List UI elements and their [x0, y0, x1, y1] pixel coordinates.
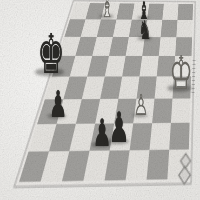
photo-scene: ♝♗♝♞♚♚♔♟♙♟♟♟: [0, 0, 200, 200]
white-king-glyph: ♔: [169, 49, 193, 96]
black-knight-glyph: ♞: [138, 17, 151, 43]
black-pawn-glyph: ♟: [49, 86, 68, 123]
white-pawn-glyph: ♙: [134, 91, 149, 120]
white-bishop-glyph: ♗: [100, 0, 113, 21]
black-king-glyph: ♚: [37, 27, 65, 82]
black-pawn-glyph: ♟: [108, 107, 129, 149]
pieces-layer: ♝♗♝♞♚♚♔♟♙♟♟♟: [0, 0, 200, 200]
